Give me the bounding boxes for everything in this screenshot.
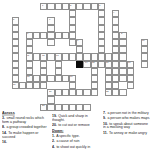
empty-space xyxy=(33,96,40,103)
empty-space xyxy=(105,46,112,53)
empty-space xyxy=(55,25,62,32)
empty-space xyxy=(134,32,141,39)
empty-space xyxy=(119,10,126,17)
grid-cell[interactable] xyxy=(112,39,119,46)
grid-cell[interactable] xyxy=(12,53,19,60)
empty-space xyxy=(47,82,54,89)
empty-space xyxy=(91,32,98,39)
empty-space xyxy=(91,25,98,32)
empty-space xyxy=(91,46,98,53)
grid-cell[interactable] xyxy=(119,75,126,82)
clue-down-7: 7. a person not in the military xyxy=(103,111,150,115)
empty-space xyxy=(134,39,141,46)
empty-space xyxy=(141,32,148,39)
grid-cell[interactable]: 15 xyxy=(91,61,98,68)
empty-space xyxy=(98,96,105,103)
empty-space xyxy=(134,82,141,89)
empty-space xyxy=(33,39,40,46)
grid-cell[interactable] xyxy=(83,3,90,10)
empty-space xyxy=(12,10,19,17)
empty-space xyxy=(134,75,141,82)
empty-space xyxy=(127,17,134,24)
grid-cell[interactable] xyxy=(91,53,98,60)
empty-space xyxy=(141,25,148,32)
grid-cell[interactable] xyxy=(12,25,19,32)
grid-cell[interactable] xyxy=(47,104,54,111)
grid-cell[interactable]: 13 xyxy=(55,53,62,60)
grid-cell[interactable] xyxy=(40,61,47,68)
empty-space xyxy=(134,96,141,103)
cell-number: 16 xyxy=(106,61,109,63)
empty-space xyxy=(62,25,69,32)
clue-across-16: 16. xyxy=(2,140,49,144)
grid-cell[interactable] xyxy=(112,46,119,53)
grid-cell[interactable] xyxy=(62,53,69,60)
empty-space xyxy=(83,68,90,75)
empty-space xyxy=(19,53,26,60)
empty-space xyxy=(98,89,105,96)
cell-number: 23 xyxy=(42,104,45,106)
empty-space xyxy=(19,10,26,17)
grid-cell[interactable] xyxy=(76,53,83,60)
cell-number: 21 xyxy=(49,90,52,92)
empty-space xyxy=(62,68,69,75)
empty-space xyxy=(141,68,148,75)
empty-space xyxy=(26,17,33,24)
empty-space xyxy=(83,10,90,17)
empty-space xyxy=(83,32,90,39)
grid-cell[interactable] xyxy=(112,68,119,75)
grid-cell[interactable] xyxy=(141,61,148,68)
grid-cell[interactable]: 9 xyxy=(76,39,83,46)
grid-cell[interactable] xyxy=(69,104,76,111)
empty-space xyxy=(62,82,69,89)
clues-column-middle: 19. Quick and sharp in thought.20. to cu… xyxy=(52,114,99,150)
empty-space xyxy=(91,39,98,46)
empty-space xyxy=(19,46,26,53)
grid-cell[interactable]: 19 xyxy=(69,75,76,82)
grid-cell[interactable]: 20 xyxy=(12,82,19,89)
empty-space xyxy=(134,17,141,24)
grid-cell[interactable] xyxy=(112,75,119,82)
empty-space xyxy=(83,39,90,46)
clue-down-4: 4. to shoot out quickly in xyxy=(52,145,99,149)
empty-space xyxy=(76,17,83,24)
empty-space xyxy=(127,25,134,32)
grid-cell[interactable] xyxy=(98,10,105,17)
cell-number: 6 xyxy=(49,18,50,20)
empty-space xyxy=(83,17,90,24)
empty-space xyxy=(105,3,112,10)
empty-space xyxy=(119,17,126,24)
empty-space xyxy=(40,39,47,46)
grid-cell[interactable] xyxy=(55,75,62,82)
grid-cell[interactable] xyxy=(105,53,112,60)
empty-space xyxy=(26,25,33,32)
empty-space xyxy=(127,32,134,39)
grid-cell[interactable] xyxy=(119,46,126,53)
empty-space xyxy=(141,17,148,24)
grid-cell[interactable] xyxy=(119,53,126,60)
empty-space xyxy=(105,32,112,39)
empty-space xyxy=(91,10,98,17)
empty-space xyxy=(134,68,141,75)
grid-cell[interactable] xyxy=(26,68,33,75)
grid-cell[interactable] xyxy=(141,46,148,53)
grid-cell[interactable] xyxy=(76,3,83,10)
empty-space xyxy=(69,96,76,103)
grid-cell[interactable]: 23 xyxy=(40,104,47,111)
grid-cell[interactable] xyxy=(112,53,119,60)
empty-space xyxy=(47,61,54,68)
grid-cell[interactable] xyxy=(69,10,76,17)
empty-space xyxy=(26,3,33,10)
empty-space xyxy=(105,96,112,103)
grid-cell[interactable] xyxy=(69,89,76,96)
grid-cell[interactable] xyxy=(33,75,40,82)
empty-space xyxy=(76,32,83,39)
clue-down-11: 11. To annoy or make angry xyxy=(103,131,150,135)
empty-space xyxy=(26,10,33,17)
grid-cell[interactable]: 14 xyxy=(83,61,90,68)
grid-cell[interactable] xyxy=(98,17,105,24)
empty-space xyxy=(98,68,105,75)
grid-cell[interactable] xyxy=(62,3,69,10)
empty-space xyxy=(55,82,62,89)
grid-cell[interactable] xyxy=(98,25,105,32)
empty-space xyxy=(91,104,98,111)
grid-cell[interactable]: 7 xyxy=(26,32,33,39)
grid-cell[interactable] xyxy=(76,104,83,111)
grid-cell[interactable] xyxy=(69,53,76,60)
cell-number: 18 xyxy=(27,75,30,77)
grid-cell[interactable] xyxy=(47,25,54,32)
grid-cell[interactable] xyxy=(69,17,76,24)
grid-cell[interactable] xyxy=(112,82,119,89)
empty-space xyxy=(62,61,69,68)
grid-cell[interactable] xyxy=(105,75,112,82)
down-header: Down: xyxy=(52,129,99,133)
empty-space xyxy=(55,39,62,46)
empty-space xyxy=(119,96,126,103)
empty-space xyxy=(141,89,148,96)
grid-cell[interactable]: 3 xyxy=(98,3,105,10)
grid-cell[interactable] xyxy=(12,32,19,39)
empty-space xyxy=(76,10,83,17)
grid-cell[interactable] xyxy=(33,32,40,39)
grid-cell[interactable] xyxy=(12,61,19,68)
empty-space xyxy=(26,89,33,96)
clues-column-left: Across3. small round rocks which form a … xyxy=(2,111,49,146)
grid-cell[interactable] xyxy=(47,53,54,60)
clue-down-2: 2. a cause of ruin xyxy=(52,139,99,143)
clue-down-9: 9. a person who makes maps xyxy=(103,116,150,120)
grid-cell[interactable] xyxy=(26,46,33,53)
empty-space xyxy=(19,17,26,24)
grid-cell[interactable] xyxy=(119,61,126,68)
empty-space xyxy=(127,53,134,60)
grid-cell[interactable] xyxy=(112,61,119,68)
grid-cell[interactable] xyxy=(69,32,76,39)
empty-space xyxy=(127,3,134,10)
empty-space xyxy=(33,89,40,96)
empty-space xyxy=(127,89,134,96)
grid-cell[interactable] xyxy=(19,82,26,89)
empty-space xyxy=(55,10,62,17)
empty-space xyxy=(12,104,19,111)
crossword-grid: 1234567891011121314151617181920212223 xyxy=(12,3,149,111)
grid-cell[interactable] xyxy=(40,32,47,39)
grid-cell[interactable] xyxy=(55,3,62,10)
grid-cell[interactable]: 18 xyxy=(26,75,33,82)
empty-space xyxy=(83,75,90,82)
empty-space xyxy=(112,96,119,103)
grid-cell[interactable]: 8 xyxy=(119,32,126,39)
empty-space xyxy=(134,25,141,32)
grid-cell[interactable] xyxy=(47,3,54,10)
cell-number: 22 xyxy=(106,90,109,92)
cell-number: 17 xyxy=(128,61,131,63)
empty-space xyxy=(105,10,112,17)
empty-space xyxy=(62,17,69,24)
empty-space xyxy=(134,46,141,53)
grid-cell[interactable] xyxy=(112,32,119,39)
grid-cell[interactable] xyxy=(69,25,76,32)
across-header: Across xyxy=(2,111,49,115)
empty-space xyxy=(19,89,26,96)
grid-cell[interactable]: 22 xyxy=(105,89,112,96)
grid-cell[interactable]: 1 xyxy=(40,3,47,10)
grid-cell[interactable] xyxy=(55,61,62,68)
grid-cell[interactable] xyxy=(62,32,69,39)
empty-space xyxy=(141,82,148,89)
grid-cell[interactable] xyxy=(91,3,98,10)
empty-space xyxy=(19,25,26,32)
grid-cell[interactable]: 5 xyxy=(12,17,19,24)
empty-space xyxy=(33,104,40,111)
empty-space xyxy=(76,82,83,89)
empty-space xyxy=(105,25,112,32)
cell-number: 9 xyxy=(77,39,78,41)
clue-down-1: 1. A specific type. xyxy=(52,134,99,138)
empty-space xyxy=(33,10,40,17)
grid-cell[interactable]: 16 xyxy=(105,61,112,68)
grid-cell[interactable] xyxy=(55,68,62,75)
empty-space xyxy=(134,61,141,68)
clue-across-3: 3. small round rocks which form a pathwa… xyxy=(2,116,49,124)
empty-space xyxy=(26,104,33,111)
grid-cell[interactable] xyxy=(83,53,90,60)
grid-cell[interactable]: 6 xyxy=(47,17,54,24)
grid-cell[interactable] xyxy=(119,68,126,75)
grid-cell[interactable] xyxy=(83,89,90,96)
cell-number: 2 xyxy=(70,4,71,6)
empty-space xyxy=(40,89,47,96)
grid-cell[interactable] xyxy=(12,75,19,82)
cell-number: 7 xyxy=(27,32,28,34)
grid-cell[interactable] xyxy=(40,82,47,89)
grid-cell[interactable] xyxy=(98,53,105,60)
empty-space xyxy=(127,96,134,103)
empty-space xyxy=(141,3,148,10)
grid-cell[interactable] xyxy=(91,89,98,96)
grid-cell[interactable] xyxy=(69,82,76,89)
empty-space xyxy=(62,46,69,53)
grid-cell[interactable] xyxy=(127,75,134,82)
grid-cell[interactable] xyxy=(47,32,54,39)
grid-cell[interactable] xyxy=(112,17,119,24)
empty-space xyxy=(141,10,148,17)
grid-cell[interactable] xyxy=(26,61,33,68)
empty-space xyxy=(91,17,98,24)
empty-space xyxy=(12,96,19,103)
empty-space xyxy=(47,10,54,17)
empty-space xyxy=(83,46,90,53)
empty-space xyxy=(19,104,26,111)
grid-cell[interactable] xyxy=(33,53,40,60)
cell-number: 10 xyxy=(142,39,145,41)
empty-space xyxy=(33,46,40,53)
empty-space xyxy=(33,61,40,68)
grid-cell[interactable]: 10 xyxy=(141,39,148,46)
empty-space xyxy=(119,82,126,89)
grid-cell[interactable] xyxy=(47,96,54,103)
empty-space xyxy=(76,68,83,75)
grid-cell[interactable]: 17 xyxy=(127,61,134,68)
empty-space xyxy=(62,96,69,103)
black-cell xyxy=(76,61,83,68)
empty-space xyxy=(47,68,54,75)
empty-space xyxy=(47,46,54,53)
empty-space xyxy=(98,75,105,82)
empty-space xyxy=(76,25,83,32)
grid-cell[interactable] xyxy=(91,82,98,89)
cell-number: 8 xyxy=(121,32,122,34)
grid-cell[interactable] xyxy=(119,39,126,46)
grid-cell[interactable] xyxy=(83,104,90,111)
grid-cell[interactable] xyxy=(12,46,19,53)
grid-cell[interactable]: 21 xyxy=(47,89,54,96)
empty-space xyxy=(141,96,148,103)
empty-space xyxy=(98,82,105,89)
empty-space xyxy=(19,32,26,39)
empty-space xyxy=(33,17,40,24)
empty-space xyxy=(19,75,26,82)
cell-number: 3 xyxy=(99,4,100,6)
empty-space xyxy=(127,39,134,46)
empty-space xyxy=(127,46,134,53)
grid-cell[interactable] xyxy=(40,68,47,75)
empty-space xyxy=(26,96,33,103)
grid-cell[interactable] xyxy=(55,104,62,111)
grid-cell[interactable] xyxy=(76,46,83,53)
grid-cell[interactable]: 4 xyxy=(112,10,119,17)
grid-cell[interactable] xyxy=(119,89,126,96)
empty-space xyxy=(19,39,26,46)
grid-cell[interactable] xyxy=(105,68,112,75)
cell-number: 11 xyxy=(27,54,29,56)
cell-number: 15 xyxy=(92,61,95,63)
grid-cell[interactable] xyxy=(127,68,134,75)
empty-space xyxy=(112,3,119,10)
clue-across-8: 8. a group crowded together xyxy=(2,126,49,130)
grid-cell[interactable] xyxy=(47,75,54,82)
cell-number: 1 xyxy=(42,4,43,6)
empty-space xyxy=(83,25,90,32)
empty-space xyxy=(127,10,134,17)
grid-cell[interactable] xyxy=(76,89,83,96)
empty-space xyxy=(134,3,141,10)
cell-number: 13 xyxy=(56,54,59,56)
empty-space xyxy=(40,17,47,24)
grid-cell[interactable] xyxy=(62,89,69,96)
empty-space xyxy=(33,3,40,10)
empty-space xyxy=(40,10,47,17)
empty-space xyxy=(105,39,112,46)
grid-cell[interactable] xyxy=(55,89,62,96)
empty-space xyxy=(40,46,47,53)
empty-space xyxy=(69,68,76,75)
grid-cell[interactable] xyxy=(69,39,76,46)
grid-cell[interactable] xyxy=(12,68,19,75)
empty-space xyxy=(76,96,83,103)
clue-across-14: 14. To make happen or succeed xyxy=(2,131,49,139)
empty-space xyxy=(62,10,69,17)
empty-space xyxy=(55,17,62,24)
grid-cell[interactable] xyxy=(141,53,148,60)
grid-cell[interactable] xyxy=(98,46,105,53)
empty-space xyxy=(33,25,40,32)
grid-cell[interactable] xyxy=(47,39,54,46)
empty-space xyxy=(55,46,62,53)
grid-cell[interactable] xyxy=(98,32,105,39)
grid-cell[interactable] xyxy=(112,89,119,96)
empty-space xyxy=(33,68,40,75)
grid-cell[interactable] xyxy=(98,39,105,46)
empty-space xyxy=(40,96,47,103)
grid-cell[interactable] xyxy=(40,75,47,82)
empty-space xyxy=(134,10,141,17)
grid-cell[interactable]: 12 xyxy=(40,53,47,60)
cell-number: 14 xyxy=(85,61,88,63)
empty-space xyxy=(55,96,62,103)
grid-cell[interactable] xyxy=(55,32,62,39)
cell-number: 19 xyxy=(70,75,73,77)
empty-space xyxy=(83,82,90,89)
empty-space xyxy=(69,46,76,53)
grid-cell[interactable] xyxy=(105,82,112,89)
grid-cell[interactable] xyxy=(91,68,98,75)
empty-space xyxy=(105,17,112,24)
grid-cell[interactable] xyxy=(26,82,33,89)
grid-cell[interactable] xyxy=(12,39,19,46)
clue-across-20: 20. to cut out or remove xyxy=(52,123,99,127)
empty-space xyxy=(134,89,141,96)
grid-cell[interactable] xyxy=(127,82,134,89)
grid-cell[interactable] xyxy=(112,25,119,32)
cell-number: 4 xyxy=(113,11,114,13)
grid-cell[interactable] xyxy=(98,61,105,68)
grid-cell[interactable]: 11 xyxy=(26,53,33,60)
empty-space xyxy=(19,68,26,75)
grid-cell[interactable] xyxy=(33,82,40,89)
grid-cell[interactable] xyxy=(91,75,98,82)
grid-cell[interactable] xyxy=(26,39,33,46)
grid-cell[interactable]: 2 xyxy=(69,3,76,10)
grid-cell[interactable] xyxy=(62,104,69,111)
empty-space xyxy=(62,39,69,46)
grid-cell[interactable] xyxy=(62,75,69,82)
